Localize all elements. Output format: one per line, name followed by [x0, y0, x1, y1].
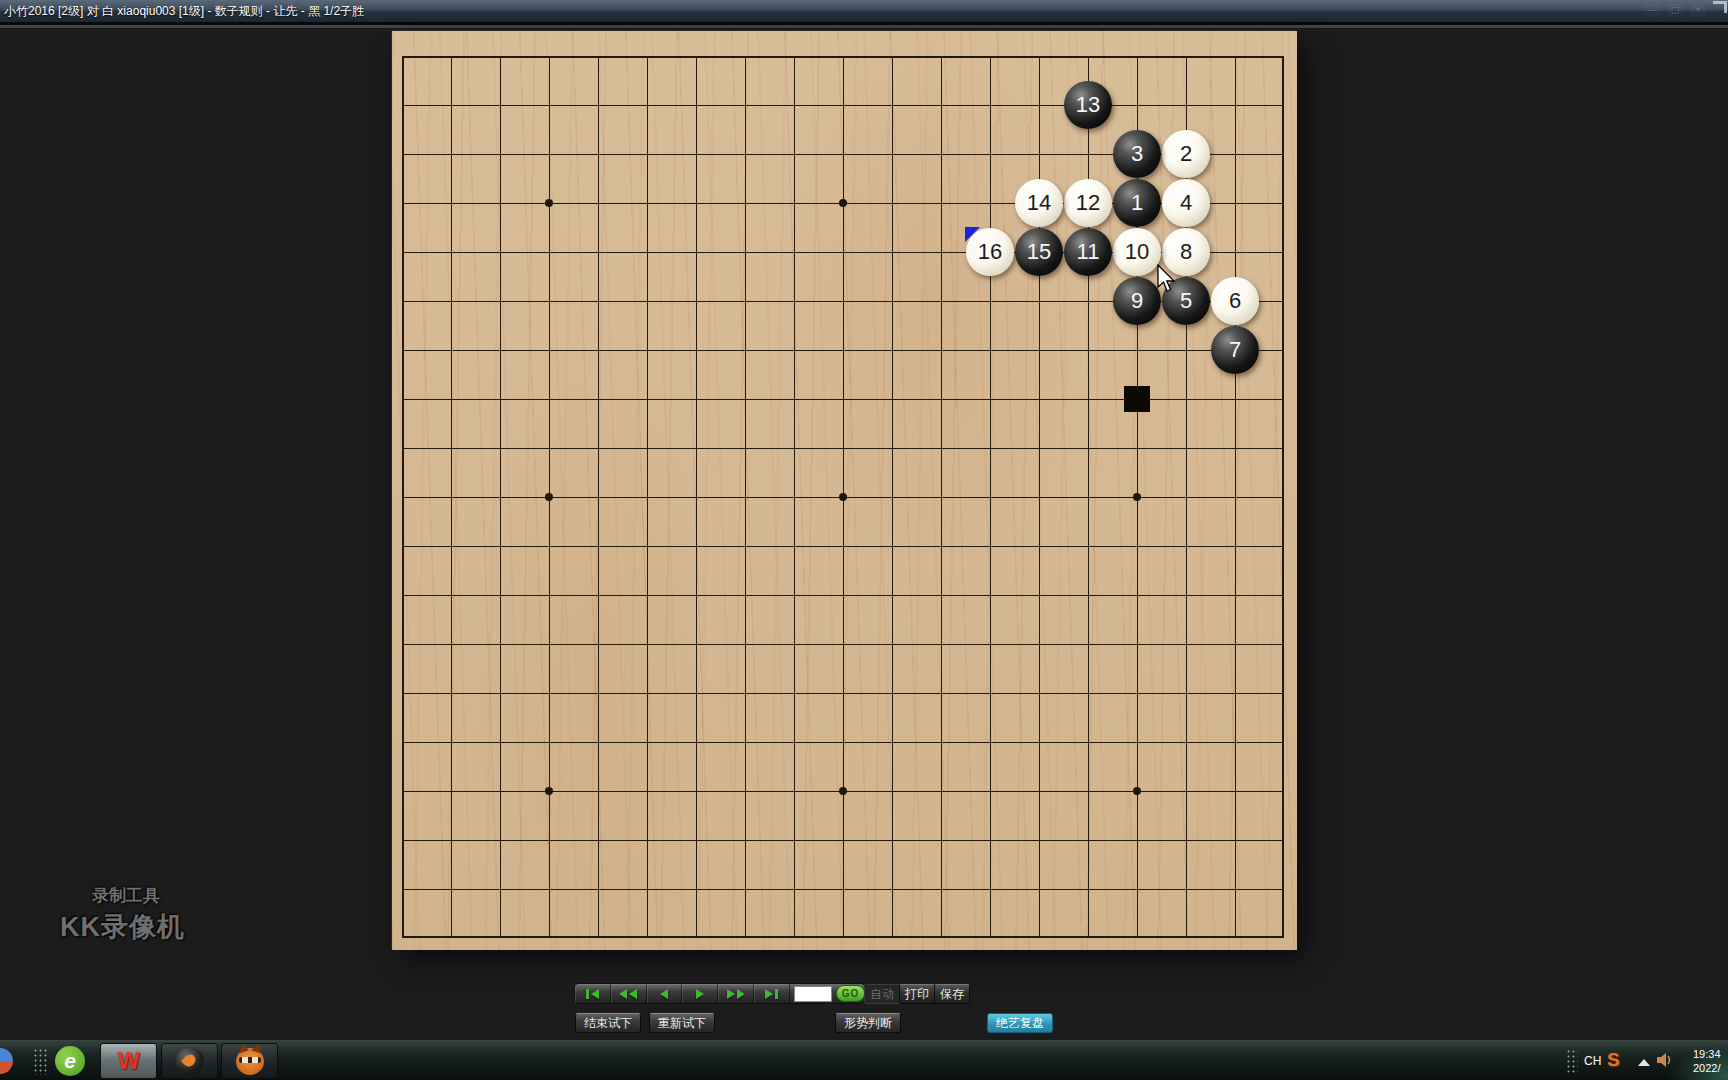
stone-black-15: 15 — [1015, 228, 1063, 276]
wps-office-taskbutton[interactable]: W — [100, 1043, 157, 1079]
star-point — [839, 199, 847, 207]
stone-black-11: 11 — [1064, 228, 1112, 276]
nav-fast-forward-button[interactable] — [718, 984, 754, 1003]
end-trial-button[interactable]: 结束试下 — [575, 1013, 641, 1033]
restart-trial-button[interactable]: 重新试下 — [649, 1013, 715, 1033]
stone-white-6: 6 — [1211, 277, 1259, 325]
taskbar: e W CH S 19:34 2022/ — [0, 1040, 1728, 1080]
move-number-input[interactable] — [794, 986, 832, 1002]
stone-number: 4 — [1180, 190, 1192, 216]
grid-line — [402, 840, 1284, 841]
hidden-icons-arrow[interactable] — [1638, 1059, 1650, 1066]
jueyi-review-button[interactable]: 绝艺复盘 — [987, 1013, 1053, 1033]
stone-black-7: 7 — [1211, 326, 1259, 374]
stone-black-1: 1 — [1113, 179, 1161, 227]
stone-white-10: 10 — [1113, 228, 1161, 276]
star-point — [839, 493, 847, 501]
stone-number: 9 — [1131, 288, 1143, 314]
goban-grid[interactable]: 12345678910111213141516 — [402, 56, 1284, 938]
cat-app-taskbutton[interactable] — [221, 1043, 278, 1079]
window-title: 小竹2016 [2级] 对 白 xiaoqiu003 [1级] - 数子规则 -… — [4, 4, 364, 18]
judge-position-button[interactable]: 形势判断 — [835, 1013, 901, 1033]
stone-number: 5 — [1180, 288, 1192, 314]
star-point — [545, 199, 553, 207]
nav-last-button[interactable] — [754, 984, 790, 1003]
fast-forward-icon — [727, 989, 735, 999]
grid-line — [402, 595, 1284, 596]
stone-number: 14 — [1027, 190, 1051, 216]
input-language-indicator[interactable]: CH — [1584, 1054, 1601, 1068]
stone-white-4: 4 — [1162, 179, 1210, 227]
speaker-icon[interactable] — [1656, 1051, 1674, 1073]
stone-number: 13 — [1076, 92, 1100, 118]
stone-white-14: 14 — [1015, 179, 1063, 227]
recorder-watermark: 录制工具 KK录像机 — [60, 884, 185, 945]
star-point — [1133, 787, 1141, 795]
stone-number: 2 — [1180, 141, 1192, 167]
clock-time: 19:34 — [1693, 1047, 1728, 1061]
grid-line — [941, 56, 942, 938]
grid-line — [402, 644, 1284, 645]
close-button[interactable]: ✕ — [1690, 4, 1706, 17]
stone-white-12: 12 — [1064, 179, 1112, 227]
last-icon — [765, 989, 773, 999]
titlebar-light-edge — [0, 25, 1728, 28]
clock[interactable]: 19:34 2022/ — [1693, 1047, 1728, 1075]
wps-icon: W — [118, 1048, 140, 1075]
stone-white-8: 8 — [1162, 228, 1210, 276]
stone-number: 16 — [978, 239, 1002, 265]
stone-black-3: 3 — [1113, 130, 1161, 178]
minimize-button[interactable]: — — [1644, 4, 1660, 17]
recorder-taskbutton[interactable] — [161, 1043, 218, 1079]
nav-fast-backward-button[interactable] — [611, 984, 647, 1003]
watermark-line2: KK录像机 — [60, 909, 185, 945]
star-point — [545, 787, 553, 795]
star-point — [839, 787, 847, 795]
stone-number: 8 — [1180, 239, 1192, 265]
title-bar: 小竹2016 [2级] 对 白 xiaoqiu003 [1级] - 数子规则 -… — [0, 0, 1728, 22]
stone-number: 10 — [1125, 239, 1149, 265]
stone-number: 7 — [1229, 337, 1241, 363]
fast-backward-icon — [619, 989, 627, 999]
nav-first-button[interactable] — [575, 984, 611, 1003]
forward-icon — [696, 989, 704, 999]
grid-line — [990, 56, 991, 938]
edge-partial-app-icon[interactable] — [0, 1048, 13, 1074]
goban[interactable]: 12345678910111213141516 — [392, 31, 1297, 950]
stone-black-5: 5 — [1162, 277, 1210, 325]
star-point — [545, 493, 553, 501]
grid-line — [402, 889, 1284, 890]
grid-line — [1282, 56, 1284, 938]
star-point — [1133, 493, 1141, 501]
go-button[interactable]: GO — [836, 985, 865, 1002]
nav-forward-button[interactable] — [682, 984, 718, 1003]
grid-line — [402, 742, 1284, 743]
move-nav-toolbar: GO — [574, 983, 866, 1004]
stone-black-13: 13 — [1064, 81, 1112, 129]
square-marker — [1124, 386, 1150, 412]
stone-white-16: 16 — [966, 228, 1014, 276]
grid-line — [402, 936, 1284, 938]
nav-backward-button[interactable] — [647, 984, 683, 1003]
first-icon — [586, 989, 589, 999]
grid-line — [1235, 56, 1236, 938]
grid-line — [892, 56, 893, 938]
maximize-button[interactable]: ▢ — [1667, 4, 1683, 17]
flame-icon — [176, 1047, 204, 1075]
stone-white-2: 2 — [1162, 130, 1210, 178]
watermark-line1: 录制工具 — [92, 884, 185, 907]
browser-360-icon[interactable]: e — [55, 1046, 85, 1076]
stone-number: 12 — [1076, 190, 1100, 216]
save-button[interactable]: 保存 — [934, 984, 970, 1004]
cat-icon — [236, 1048, 264, 1075]
window-corner-decoration — [1713, 1, 1727, 13]
tray-grip — [1566, 1049, 1578, 1074]
stone-number: 6 — [1229, 288, 1241, 314]
stone-number: 1 — [1131, 190, 1143, 216]
auto-button[interactable]: 自动 — [864, 984, 900, 1004]
backward-icon — [660, 989, 668, 999]
pinned-grip — [33, 1048, 48, 1075]
clock-date: 2022/ — [1693, 1061, 1728, 1075]
grid-line — [402, 693, 1284, 694]
stone-number: 3 — [1131, 141, 1143, 167]
print-button[interactable]: 打印 — [899, 984, 935, 1004]
stone-black-9: 9 — [1113, 277, 1161, 325]
sogou-input-icon[interactable]: S — [1607, 1049, 1620, 1071]
stone-number: 15 — [1027, 239, 1051, 265]
grid-line — [402, 546, 1284, 547]
stone-number: 11 — [1077, 239, 1100, 265]
